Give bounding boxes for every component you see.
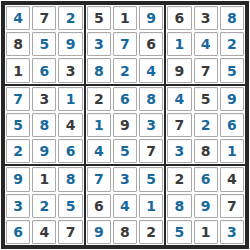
digit: 5 (94, 11, 104, 25)
block-2-2: 268193457 (85, 85, 166, 166)
digit: 7 (66, 225, 76, 239)
digit: 3 (39, 92, 49, 106)
cell-r5c5[interactable]: 9 (113, 113, 137, 137)
digit: 1 (66, 92, 76, 106)
cell-r6c6[interactable]: 7 (139, 139, 163, 163)
cell-r4c6[interactable]: 8 (139, 87, 163, 111)
digit: 3 (13, 199, 23, 213)
cell-r5c4[interactable]: 1 (87, 113, 111, 137)
digit: 2 (146, 225, 156, 239)
cell-r4c2[interactable]: 3 (32, 87, 56, 111)
digit: 3 (94, 37, 104, 51)
cell-r1c8[interactable]: 3 (194, 6, 218, 30)
cell-r8c5[interactable]: 4 (113, 194, 137, 218)
digit: 5 (13, 118, 23, 132)
cell-r6c2[interactable]: 9 (32, 139, 56, 163)
cell-r2c3[interactable]: 9 (58, 32, 82, 56)
digit: 6 (66, 144, 76, 158)
cell-r2c4[interactable]: 3 (87, 32, 111, 56)
cell-r7c4[interactable]: 7 (87, 167, 111, 191)
cell-r6c1[interactable]: 2 (6, 139, 30, 163)
digit: 6 (39, 64, 49, 78)
cell-r7c7[interactable]: 2 (167, 167, 191, 191)
digit: 7 (13, 92, 23, 106)
cell-r2c6[interactable]: 6 (139, 32, 163, 56)
digit: 9 (66, 37, 76, 51)
cell-r3c8[interactable]: 7 (194, 58, 218, 82)
cell-r1c7[interactable]: 6 (167, 6, 191, 30)
cell-r9c9[interactable]: 3 (220, 220, 244, 244)
digit: 4 (66, 118, 76, 132)
digit: 8 (146, 92, 156, 106)
digit: 7 (201, 64, 211, 78)
block-1-1: 472859163 (4, 4, 85, 85)
cell-r9c7[interactable]: 5 (167, 220, 191, 244)
cell-r4c8[interactable]: 5 (194, 87, 218, 111)
cell-r6c9[interactable]: 1 (220, 139, 244, 163)
digit: 4 (120, 199, 130, 213)
cell-r4c3[interactable]: 1 (58, 87, 82, 111)
cell-r3c1[interactable]: 1 (6, 58, 30, 82)
digit: 9 (201, 199, 211, 213)
digit: 9 (94, 225, 104, 239)
cell-r5c7[interactable]: 7 (167, 113, 191, 137)
cell-r3c5[interactable]: 2 (113, 58, 137, 82)
cell-r3c9[interactable]: 5 (220, 58, 244, 82)
digit: 2 (120, 64, 130, 78)
cell-r8c2[interactable]: 2 (32, 194, 56, 218)
digit: 1 (227, 144, 237, 158)
cell-r5c6[interactable]: 3 (139, 113, 163, 137)
digit: 4 (201, 37, 211, 51)
digit: 1 (120, 11, 130, 25)
digit: 8 (94, 64, 104, 78)
digit: 3 (146, 118, 156, 132)
digit: 9 (13, 172, 23, 186)
digit: 4 (39, 225, 49, 239)
cell-r1c9[interactable]: 8 (220, 6, 244, 30)
cell-r5c2[interactable]: 8 (32, 113, 56, 137)
digit: 5 (146, 172, 156, 186)
cell-r8c1[interactable]: 3 (6, 194, 30, 218)
digit: 8 (227, 11, 237, 25)
cell-r3c2[interactable]: 6 (32, 58, 56, 82)
cell-r2c5[interactable]: 7 (113, 32, 137, 56)
digit: 1 (175, 37, 185, 51)
cell-r4c1[interactable]: 7 (6, 87, 30, 111)
digit: 1 (94, 118, 104, 132)
digit: 8 (13, 37, 23, 51)
digit: 3 (201, 11, 211, 25)
cell-r6c7[interactable]: 3 (167, 139, 191, 163)
digit: 3 (66, 64, 76, 78)
block-1-3: 638142975 (165, 4, 246, 85)
digit: 4 (146, 64, 156, 78)
cell-r8c6[interactable]: 1 (139, 194, 163, 218)
cell-r1c6[interactable]: 9 (139, 6, 163, 30)
cell-r1c1[interactable]: 4 (6, 6, 30, 30)
digit: 3 (120, 172, 130, 186)
cell-r9c4[interactable]: 9 (87, 220, 111, 244)
digit: 1 (146, 199, 156, 213)
digit: 2 (94, 92, 104, 106)
block-2-3: 459726381 (165, 85, 246, 166)
cell-r9c5[interactable]: 8 (113, 220, 137, 244)
cell-r8c4[interactable]: 6 (87, 194, 111, 218)
digit: 1 (201, 225, 211, 239)
cell-r4c7[interactable]: 4 (167, 87, 191, 111)
digit: 7 (94, 172, 104, 186)
cell-r2c8[interactable]: 4 (194, 32, 218, 56)
digit: 6 (120, 92, 130, 106)
cell-r7c2[interactable]: 1 (32, 167, 56, 191)
digit: 6 (94, 199, 104, 213)
cell-r4c9[interactable]: 9 (220, 87, 244, 111)
digit: 7 (120, 37, 130, 51)
digit: 9 (39, 144, 49, 158)
digit: 8 (120, 225, 130, 239)
digit: 4 (13, 11, 23, 25)
cell-r9c1[interactable]: 6 (6, 220, 30, 244)
cell-r8c7[interactable]: 8 (167, 194, 191, 218)
digit: 2 (175, 172, 185, 186)
digit: 6 (13, 225, 23, 239)
cell-r1c4[interactable]: 5 (87, 6, 111, 30)
digit: 8 (39, 118, 49, 132)
digit: 6 (175, 11, 185, 25)
digit: 9 (120, 118, 130, 132)
block-3-3: 264897513 (165, 165, 246, 246)
digit: 2 (227, 37, 237, 51)
digit: 2 (13, 144, 23, 158)
digit: 8 (201, 144, 211, 158)
digit: 9 (146, 11, 156, 25)
cell-r9c3[interactable]: 7 (58, 220, 82, 244)
digit: 5 (39, 37, 49, 51)
digit: 1 (39, 172, 49, 186)
cell-r1c5[interactable]: 1 (113, 6, 137, 30)
sudoku-board: 4728591635193768246381429757315842962681… (1, 1, 249, 249)
cell-r1c2[interactable]: 7 (32, 6, 56, 30)
digit: 7 (39, 11, 49, 25)
block-1-2: 519376824 (85, 4, 166, 85)
digit: 2 (201, 118, 211, 132)
cell-r2c1[interactable]: 8 (6, 32, 30, 56)
digit: 4 (94, 144, 104, 158)
cell-r3c4[interactable]: 8 (87, 58, 111, 82)
digit: 6 (146, 37, 156, 51)
cell-r9c2[interactable]: 4 (32, 220, 56, 244)
cell-r5c8[interactable]: 2 (194, 113, 218, 137)
digit: 8 (175, 199, 185, 213)
digit: 5 (120, 144, 130, 158)
digit: 9 (227, 92, 237, 106)
cell-r2c9[interactable]: 2 (220, 32, 244, 56)
cell-r8c3[interactable]: 5 (58, 194, 82, 218)
cell-r2c7[interactable]: 1 (167, 32, 191, 56)
cell-r7c6[interactable]: 5 (139, 167, 163, 191)
cell-r6c3[interactable]: 6 (58, 139, 82, 163)
cell-r3c7[interactable]: 9 (167, 58, 191, 82)
cell-r7c3[interactable]: 8 (58, 167, 82, 191)
cell-r5c3[interactable]: 4 (58, 113, 82, 137)
digit: 3 (175, 144, 185, 158)
digit: 5 (201, 92, 211, 106)
cell-r7c1[interactable]: 9 (6, 167, 30, 191)
digit: 5 (66, 199, 76, 213)
block-3-2: 735641982 (85, 165, 166, 246)
digit: 9 (175, 64, 185, 78)
cell-r5c1[interactable]: 5 (6, 113, 30, 137)
cell-r3c6[interactable]: 4 (139, 58, 163, 82)
digit: 4 (175, 92, 185, 106)
digit: 1 (13, 64, 23, 78)
digit: 5 (227, 64, 237, 78)
cell-r7c5[interactable]: 3 (113, 167, 137, 191)
cell-r1c3[interactable]: 2 (58, 6, 82, 30)
digit: 6 (201, 172, 211, 186)
digit: 7 (227, 199, 237, 213)
cell-r8c9[interactable]: 7 (220, 194, 244, 218)
digit: 7 (146, 144, 156, 158)
cell-r6c4[interactable]: 4 (87, 139, 111, 163)
digit: 4 (227, 172, 237, 186)
cell-r6c8[interactable]: 8 (194, 139, 218, 163)
block-3-1: 918325647 (4, 165, 85, 246)
cell-r4c5[interactable]: 6 (113, 87, 137, 111)
cell-r9c6[interactable]: 2 (139, 220, 163, 244)
cell-r8c8[interactable]: 9 (194, 194, 218, 218)
cell-r2c2[interactable]: 5 (32, 32, 56, 56)
digit: 5 (175, 225, 185, 239)
digit: 7 (175, 118, 185, 132)
cell-r9c8[interactable]: 1 (194, 220, 218, 244)
cell-r7c8[interactable]: 6 (194, 167, 218, 191)
cell-r4c4[interactable]: 2 (87, 87, 111, 111)
digit: 3 (227, 225, 237, 239)
cell-r6c5[interactable]: 5 (113, 139, 137, 163)
cell-r5c9[interactable]: 6 (220, 113, 244, 137)
block-2-1: 731584296 (4, 85, 85, 166)
digit: 2 (66, 11, 76, 25)
digit: 8 (66, 172, 76, 186)
digit: 6 (227, 118, 237, 132)
cell-r3c3[interactable]: 3 (58, 58, 82, 82)
cell-r7c9[interactable]: 4 (220, 167, 244, 191)
digit: 2 (39, 199, 49, 213)
